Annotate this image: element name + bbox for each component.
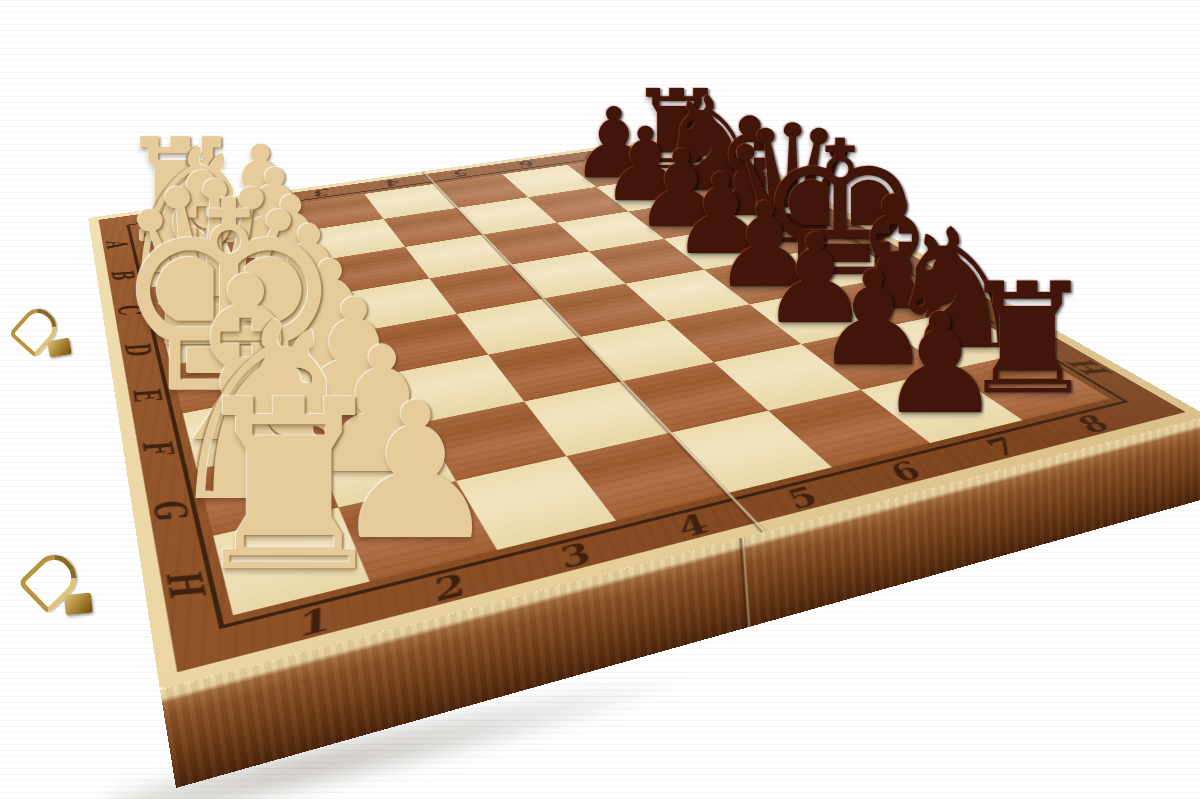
pieces-layer: ♜♞♝♛♚♝♞♜♟♟♟♟♟♟♟♟♟♟♟♟♟♟♟♟♜♞♝♛♚♝♞♜	[0, 0, 1200, 799]
chess-set-photo: 11AA22BB33CC44DD55EE66FF77GG88HH ♜♞♝♛♚♝♞…	[0, 0, 1200, 799]
piece-black-pawn[interactable]: ♟	[878, 295, 1002, 434]
piece-white-rook[interactable]: ♜	[184, 369, 395, 604]
